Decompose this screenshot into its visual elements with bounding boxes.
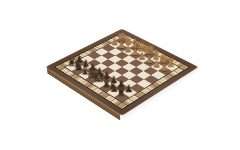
white-rook: ♜ [117, 32, 126, 42]
inlay-border: ♜♞♝♛♚♝♞♜♟♟♟♟♟♟♟♟♟♟♟♟♟♟♟♟♜♞♝♛♚♝♞♜ [56, 33, 189, 108]
black-pawn: ♟ [75, 55, 83, 64]
photo-background: ♜♞♝♛♚♝♞♜♟♟♟♟♟♟♟♟♟♟♟♟♟♟♟♟♜♞♝♛♚♝♞♜ [0, 0, 240, 150]
chess-board: ♜♞♝♛♚♝♞♜♟♟♟♟♟♟♟♟♟♟♟♟♟♟♟♟♜♞♝♛♚♝♞♜ [46, 29, 199, 116]
white-knight: ♞ [158, 52, 169, 64]
square-f3 [136, 63, 150, 71]
square-f4 [129, 67, 143, 75]
square-f2: ♟ [143, 59, 157, 67]
